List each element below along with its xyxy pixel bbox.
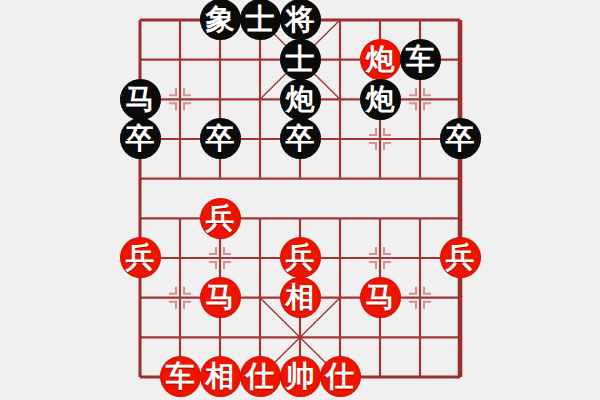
piece-black-advisor[interactable]: 士 xyxy=(280,39,321,80)
piece-red-elephant[interactable]: 相 xyxy=(200,356,241,397)
piece-red-soldier[interactable]: 兵 xyxy=(280,237,321,278)
piece-red-chariot[interactable]: 车 xyxy=(160,356,201,397)
piece-red-horse[interactable]: 马 xyxy=(200,277,241,318)
piece-red-general[interactable]: 帅 xyxy=(280,356,321,397)
piece-black-cannon[interactable]: 炮 xyxy=(280,79,321,120)
piece-red-advisor[interactable]: 仕 xyxy=(240,356,281,397)
piece-red-soldier[interactable]: 兵 xyxy=(120,237,161,278)
piece-black-general[interactable]: 将 xyxy=(280,0,321,40)
piece-black-cannon[interactable]: 炮 xyxy=(360,79,401,120)
piece-black-horse[interactable]: 马 xyxy=(120,79,161,120)
xiangqi-board: 象士将士炮车马炮炮卒卒卒卒兵兵兵兵马相马车相仕帅仕 xyxy=(0,0,600,400)
piece-red-cannon[interactable]: 炮 xyxy=(360,39,401,80)
piece-red-elephant[interactable]: 相 xyxy=(280,277,321,318)
piece-black-chariot[interactable]: 车 xyxy=(400,39,441,80)
piece-black-soldier[interactable]: 卒 xyxy=(200,118,241,159)
piece-red-horse[interactable]: 马 xyxy=(360,277,401,318)
piece-black-soldier[interactable]: 卒 xyxy=(120,118,161,159)
piece-black-elephant[interactable]: 象 xyxy=(200,0,241,40)
piece-black-advisor[interactable]: 士 xyxy=(240,0,281,40)
piece-red-soldier[interactable]: 兵 xyxy=(440,237,481,278)
piece-red-advisor[interactable]: 仕 xyxy=(320,356,361,397)
piece-red-soldier[interactable]: 兵 xyxy=(200,198,241,239)
piece-black-soldier[interactable]: 卒 xyxy=(280,118,321,159)
pieces-layer: 象士将士炮车马炮炮卒卒卒卒兵兵兵兵马相马车相仕帅仕 xyxy=(120,0,480,397)
piece-black-soldier[interactable]: 卒 xyxy=(440,118,481,159)
